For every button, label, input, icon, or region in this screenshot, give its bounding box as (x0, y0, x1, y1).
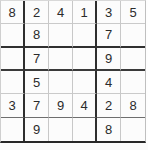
grid-cell-empty[interactable] (121, 24, 145, 47)
grid-cell-empty[interactable] (49, 71, 73, 94)
grid-cell-empty[interactable] (73, 118, 97, 141)
grid-cell-empty[interactable] (121, 48, 145, 71)
grid-cell-given[interactable]: 5 (121, 1, 145, 24)
grid-cell-empty[interactable] (1, 24, 25, 47)
grid-cell-given[interactable]: 5 (25, 71, 49, 94)
grid-cell-given[interactable]: 7 (25, 94, 49, 117)
grid-cell-empty[interactable] (49, 48, 73, 71)
grid-cell-given[interactable]: 8 (97, 118, 121, 141)
grid-cell-given[interactable]: 4 (49, 1, 73, 24)
grid-cell-given[interactable]: 8 (1, 1, 25, 24)
grid-cell-empty[interactable] (1, 118, 25, 141)
grid-cell-given[interactable]: 8 (25, 24, 49, 47)
grid-cell-given[interactable]: 9 (25, 118, 49, 141)
grid-cell-empty[interactable] (73, 48, 97, 71)
grid-cell-given[interactable]: 3 (97, 1, 121, 24)
grid-cell-empty[interactable] (49, 118, 73, 141)
grid-cell-given[interactable]: 4 (73, 94, 97, 117)
grid-cell-given[interactable]: 4 (97, 71, 121, 94)
grid-cell-empty[interactable] (49, 24, 73, 47)
sudoku-board: 82413587795437942898 (0, 0, 146, 143)
grid-cell-empty[interactable] (1, 71, 25, 94)
grid-cell-empty[interactable] (73, 24, 97, 47)
grid-cell-given[interactable]: 1 (73, 1, 97, 24)
bottom-margin (0, 143, 148, 150)
grid-cell-empty[interactable] (121, 71, 145, 94)
grid-cell-given[interactable]: 2 (25, 1, 49, 24)
grid-cell-empty[interactable] (1, 48, 25, 71)
grid-cell-given[interactable]: 3 (1, 94, 25, 117)
grid-cell-given[interactable]: 9 (97, 48, 121, 71)
grid-cell-given[interactable]: 8 (121, 94, 145, 117)
grid-cell-empty[interactable] (73, 71, 97, 94)
grid-cell-given[interactable]: 2 (97, 94, 121, 117)
grid-cell-given[interactable]: 9 (49, 94, 73, 117)
grid-cell-empty[interactable] (121, 118, 145, 141)
grid-cell-given[interactable]: 7 (97, 24, 121, 47)
grid-cell-given[interactable]: 7 (25, 48, 49, 71)
sudoku-screenshot: 82413587795437942898 (0, 0, 148, 150)
